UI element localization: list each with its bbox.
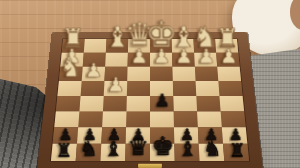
square-d5[interactable]: [126, 96, 150, 111]
white-pawn-d2[interactable]: ♟: [130, 46, 148, 66]
square-d8[interactable]: ♛: [125, 144, 150, 161]
black-knight-b8[interactable]: ♞: [79, 139, 98, 160]
board-frame: ♜♝♛♚♝♞♜♟♟♟♟♟♟♞♟♟♟♟♟♟♟♟♟♟♜♞♝♛♚♝♞♜: [37, 32, 263, 168]
white-pawn-f2[interactable]: ♟: [175, 46, 193, 66]
white-pawn-g2[interactable]: ♟: [197, 46, 215, 66]
square-c8[interactable]: ♝: [100, 144, 125, 161]
square-g3[interactable]: [195, 67, 218, 81]
white-pawn-e2[interactable]: ♟: [152, 46, 170, 66]
white-knight-a3[interactable]: ♞: [59, 55, 81, 80]
square-f3[interactable]: [172, 67, 195, 81]
square-c2[interactable]: [105, 53, 128, 67]
square-a5[interactable]: [56, 96, 81, 111]
square-c4[interactable]: ♟: [104, 81, 128, 96]
black-rook-h8[interactable]: ♜: [228, 141, 245, 160]
square-h8[interactable]: ♜: [223, 144, 249, 161]
black-king-e8[interactable]: ♚: [151, 134, 174, 159]
square-a8[interactable]: ♜: [51, 144, 77, 161]
chess-photo-scene: ♜♝♛♚♝♞♜♟♟♟♟♟♟♞♟♟♟♟♟♟♟♟♟♟♜♞♝♛♚♝♞♜: [0, 0, 300, 168]
square-b8[interactable]: ♞: [76, 144, 102, 161]
square-g5[interactable]: [196, 96, 220, 111]
square-f4[interactable]: [173, 81, 197, 96]
square-b1[interactable]: [84, 39, 107, 53]
square-h2[interactable]: ♟: [216, 53, 239, 67]
board-3d: ♜♝♛♚♝♞♜♟♟♟♟♟♟♞♟♟♟♟♟♟♟♟♟♟♜♞♝♛♚♝♞♜: [37, 32, 263, 168]
board-plaque: [138, 163, 162, 167]
square-d2[interactable]: ♟: [128, 53, 150, 67]
square-d3[interactable]: [127, 67, 150, 81]
square-e5[interactable]: ♟: [150, 96, 174, 111]
black-knight-g8[interactable]: ♞: [203, 139, 222, 160]
black-queen-d8[interactable]: ♛: [127, 136, 148, 160]
white-pawn-c4[interactable]: ♟: [107, 75, 125, 95]
square-e2[interactable]: ♟: [150, 53, 172, 67]
square-g2[interactable]: ♟: [194, 53, 217, 67]
square-g4[interactable]: [196, 81, 220, 96]
black-bishop-c8[interactable]: ♝: [104, 139, 123, 160]
black-rook-a8[interactable]: ♜: [55, 141, 72, 160]
square-e6[interactable]: [150, 111, 174, 127]
square-f8[interactable]: ♝: [174, 144, 199, 161]
square-a3[interactable]: ♞: [59, 67, 83, 81]
square-b4[interactable]: [81, 81, 105, 96]
white-pawn-b3[interactable]: ♟: [84, 61, 101, 80]
square-f2[interactable]: ♟: [172, 53, 195, 67]
black-bishop-f8[interactable]: ♝: [178, 139, 197, 160]
square-h3[interactable]: [217, 67, 241, 81]
blanket-pattern: [290, 0, 300, 30]
square-f5[interactable]: [173, 96, 197, 111]
square-d4[interactable]: [127, 81, 150, 96]
board: ♜♝♛♚♝♞♜♟♟♟♟♟♟♞♟♟♟♟♟♟♟♟♟♟♜♞♝♛♚♝♞♜: [51, 39, 249, 161]
black-pawn-e5[interactable]: ♟: [154, 93, 170, 111]
square-a4[interactable]: [57, 81, 81, 96]
white-pawn-h2[interactable]: ♟: [219, 46, 237, 66]
square-c5[interactable]: [103, 96, 127, 111]
square-b5[interactable]: [79, 96, 103, 111]
square-e3[interactable]: [150, 67, 173, 81]
square-h4[interactable]: [218, 81, 242, 96]
square-b3[interactable]: ♟: [82, 67, 105, 81]
square-e8[interactable]: ♚: [150, 144, 175, 161]
square-h5[interactable]: [219, 96, 244, 111]
square-g8[interactable]: ♞: [199, 144, 225, 161]
